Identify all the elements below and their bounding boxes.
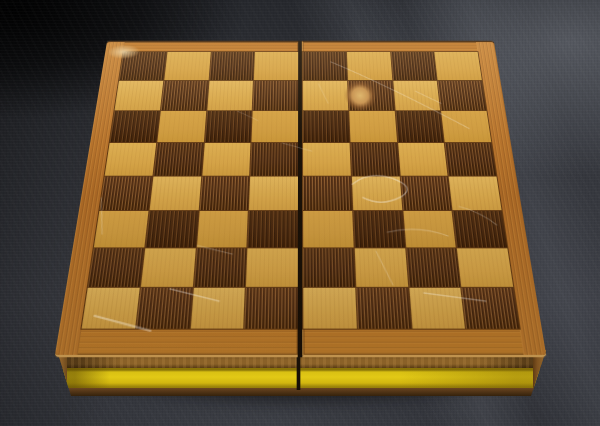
square-r7c4 [303, 288, 356, 329]
square-r5c1 [145, 211, 198, 247]
square-r3c7 [445, 143, 496, 176]
square-r6c5 [354, 249, 407, 287]
square-r6c6 [406, 249, 461, 287]
square-r6c4 [303, 249, 355, 287]
square-r2c3 [252, 111, 298, 142]
square-r5c6 [403, 211, 456, 247]
square-r2c4 [303, 111, 349, 142]
square-r7c2 [190, 288, 245, 329]
square-r2c1 [157, 111, 206, 142]
square-r3c6 [398, 143, 448, 176]
square-r1c7 [438, 81, 487, 110]
square-r7c1 [136, 288, 192, 329]
square-r6c3 [246, 249, 298, 287]
square-r1c3 [253, 81, 298, 110]
square-r1c1 [161, 81, 208, 110]
square-r7c0 [82, 288, 140, 329]
square-r0c4 [303, 52, 347, 80]
square-r5c4 [303, 211, 353, 247]
chessboard [55, 41, 546, 357]
square-r5c5 [353, 211, 405, 247]
square-r4c1 [149, 176, 201, 210]
square-r4c2 [199, 176, 249, 210]
square-r7c7 [462, 288, 520, 329]
square-r6c0 [88, 249, 144, 287]
square-r2c6 [395, 111, 444, 142]
square-r2c7 [441, 111, 491, 142]
square-r2c5 [349, 111, 397, 142]
square-r7c6 [409, 288, 465, 329]
square-r4c7 [449, 176, 502, 210]
square-r1c4 [303, 81, 348, 110]
square-r0c2 [209, 52, 254, 80]
square-r1c2 [207, 81, 253, 110]
square-r3c2 [202, 143, 251, 176]
square-r0c3 [254, 52, 298, 80]
square-r6c1 [141, 249, 196, 287]
square-r2c0 [110, 111, 160, 142]
square-r3c1 [153, 143, 203, 176]
square-r5c0 [94, 211, 148, 247]
square-r6c2 [193, 249, 246, 287]
square-r7c3 [245, 288, 298, 329]
square-r7c5 [356, 288, 411, 329]
photo-scene [0, 0, 600, 426]
square-r4c4 [303, 176, 352, 210]
square-r1c0 [115, 81, 164, 110]
square-r3c0 [105, 143, 156, 176]
square-r0c7 [435, 52, 482, 80]
square-r4c0 [99, 176, 152, 210]
square-r1c6 [393, 81, 440, 110]
square-r1c5 [348, 81, 394, 110]
square-r5c3 [248, 211, 298, 247]
square-r2c2 [204, 111, 252, 142]
square-r3c3 [250, 143, 298, 176]
square-r6c7 [457, 249, 513, 287]
square-r0c1 [164, 52, 210, 80]
square-r3c5 [350, 143, 399, 176]
square-r0c6 [391, 52, 437, 80]
square-r4c6 [400, 176, 452, 210]
fold-seam [298, 41, 303, 357]
square-r0c0 [119, 52, 166, 80]
square-r5c2 [196, 211, 248, 247]
square-r3c4 [303, 143, 351, 176]
square-r0c5 [347, 52, 392, 80]
square-r4c3 [249, 176, 298, 210]
square-r5c7 [453, 211, 507, 247]
square-r4c5 [352, 176, 402, 210]
